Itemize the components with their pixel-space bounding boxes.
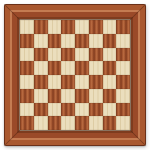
square-c7[interactable] xyxy=(48,34,62,48)
square-a4[interactable] xyxy=(20,75,34,89)
square-g4[interactable] xyxy=(103,75,117,89)
wooden-chessboard xyxy=(4,4,146,146)
square-f3[interactable] xyxy=(89,89,103,103)
square-b3[interactable] xyxy=(34,89,48,103)
square-a3[interactable] xyxy=(20,89,34,103)
chessboard-grid xyxy=(20,20,130,130)
square-g1[interactable] xyxy=(103,116,117,130)
square-c4[interactable] xyxy=(48,75,62,89)
square-b7[interactable] xyxy=(34,34,48,48)
square-a7[interactable] xyxy=(20,34,34,48)
square-g2[interactable] xyxy=(103,103,117,117)
square-a1[interactable] xyxy=(20,116,34,130)
board-frame-mid-band xyxy=(12,12,138,138)
square-d6[interactable] xyxy=(61,48,75,62)
board-frame xyxy=(4,4,146,146)
square-f8[interactable] xyxy=(89,20,103,34)
board-frame-fillet xyxy=(19,19,131,131)
square-f2[interactable] xyxy=(89,103,103,117)
square-c1[interactable] xyxy=(48,116,62,130)
square-b4[interactable] xyxy=(34,75,48,89)
square-d1[interactable] xyxy=(61,116,75,130)
square-e5[interactable] xyxy=(75,61,89,75)
square-b6[interactable] xyxy=(34,48,48,62)
square-a8[interactable] xyxy=(20,20,34,34)
square-f4[interactable] xyxy=(89,75,103,89)
square-e8[interactable] xyxy=(75,20,89,34)
square-b8[interactable] xyxy=(34,20,48,34)
square-h6[interactable] xyxy=(116,48,130,62)
square-b5[interactable] xyxy=(34,61,48,75)
square-d7[interactable] xyxy=(61,34,75,48)
square-h2[interactable] xyxy=(116,103,130,117)
square-c8[interactable] xyxy=(48,20,62,34)
square-e1[interactable] xyxy=(75,116,89,130)
square-g6[interactable] xyxy=(103,48,117,62)
square-g8[interactable] xyxy=(103,20,117,34)
square-f1[interactable] xyxy=(89,116,103,130)
square-h3[interactable] xyxy=(116,89,130,103)
square-g5[interactable] xyxy=(103,61,117,75)
board-frame-outer-band xyxy=(5,5,145,145)
square-a6[interactable] xyxy=(20,48,34,62)
square-b1[interactable] xyxy=(34,116,48,130)
square-e2[interactable] xyxy=(75,103,89,117)
square-d8[interactable] xyxy=(61,20,75,34)
square-b2[interactable] xyxy=(34,103,48,117)
square-a5[interactable] xyxy=(20,61,34,75)
square-e4[interactable] xyxy=(75,75,89,89)
square-e6[interactable] xyxy=(75,48,89,62)
square-e3[interactable] xyxy=(75,89,89,103)
square-h5[interactable] xyxy=(116,61,130,75)
board-frame-inner-band xyxy=(17,17,133,133)
square-e7[interactable] xyxy=(75,34,89,48)
square-f7[interactable] xyxy=(89,34,103,48)
square-d2[interactable] xyxy=(61,103,75,117)
square-g3[interactable] xyxy=(103,89,117,103)
square-h1[interactable] xyxy=(116,116,130,130)
square-f5[interactable] xyxy=(89,61,103,75)
square-d3[interactable] xyxy=(61,89,75,103)
square-d4[interactable] xyxy=(61,75,75,89)
square-h4[interactable] xyxy=(116,75,130,89)
square-c6[interactable] xyxy=(48,48,62,62)
square-d5[interactable] xyxy=(61,61,75,75)
board-frame-highlight-band xyxy=(10,10,140,140)
square-h8[interactable] xyxy=(116,20,130,34)
square-a2[interactable] xyxy=(20,103,34,117)
square-g7[interactable] xyxy=(103,34,117,48)
square-c2[interactable] xyxy=(48,103,62,117)
square-c5[interactable] xyxy=(48,61,62,75)
square-c3[interactable] xyxy=(48,89,62,103)
square-f6[interactable] xyxy=(89,48,103,62)
square-h7[interactable] xyxy=(116,34,130,48)
